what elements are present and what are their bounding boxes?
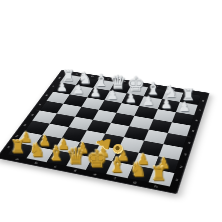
magnet-base (113, 144, 123, 154)
rank-label-7: 7 (51, 85, 55, 87)
file-label-e: e (93, 173, 97, 176)
rank-label-3: 3 (23, 124, 27, 127)
gold-pawn: ♟ (137, 152, 150, 166)
file-label-d: d (73, 169, 77, 172)
square-g7: ♟ (157, 99, 179, 112)
rank-label-3: 3 (183, 153, 187, 156)
file-label-b: b (34, 162, 38, 165)
file-label-c: c (53, 165, 57, 168)
file-label-f: f (113, 177, 116, 180)
rank-label-5: 5 (191, 130, 194, 133)
file-label-f: f (156, 86, 158, 88)
rank-label-5: 5 (38, 104, 42, 106)
rank-label-2: 2 (15, 135, 19, 138)
file-label-h: h (154, 185, 158, 188)
rank-label-1: 1 (6, 146, 10, 149)
pawn-icon: ♟ (94, 134, 114, 152)
square-h6 (172, 112, 195, 125)
fallen-gold-pawn: ♟ (94, 131, 130, 163)
file-label-g: g (133, 181, 137, 184)
rank-label-6: 6 (195, 119, 198, 122)
gold-pawn: ♟ (158, 156, 171, 170)
file-label-a: a (75, 73, 78, 75)
rank-label-4: 4 (30, 114, 34, 117)
rank-label-4: 4 (187, 141, 190, 144)
rank-label-2: 2 (179, 166, 183, 169)
rank-label-6: 6 (45, 94, 49, 96)
file-label-c: c (107, 78, 110, 80)
gold-pawn: ♟ (39, 134, 51, 148)
file-label-e: e (139, 83, 142, 85)
file-label-g: g (172, 88, 175, 90)
file-label-a: a (15, 158, 19, 161)
file-label-b: b (91, 75, 94, 77)
rank-label-8: 8 (58, 77, 61, 79)
gold-bishop: ♝ (48, 144, 66, 164)
rank-label-7: 7 (198, 109, 201, 111)
product-photo-scene: abcdefgh 87654321 ♜♞♝♛♚♝♞♜♟♟♟♟♟♟♟♟♟♟♟♟♟♟… (0, 0, 222, 222)
rank-label-1: 1 (175, 179, 179, 182)
gold-pawn: ♟ (58, 137, 70, 151)
file-label-h: h (189, 91, 192, 93)
rank-label-8: 8 (202, 100, 205, 102)
square-g6 (153, 109, 176, 122)
file-label-d: d (123, 81, 126, 83)
gold-pawn: ♟ (77, 141, 90, 155)
